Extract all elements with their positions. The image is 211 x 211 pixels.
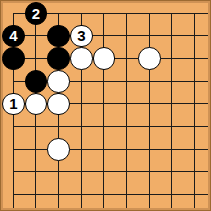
stone-white [47, 70, 70, 93]
stone-black-move-2: 2 [25, 2, 48, 25]
grid-line-vertical [194, 13, 195, 208]
grid-line-vertical [103, 13, 104, 208]
stone-white [70, 47, 93, 70]
grid-line-vertical [149, 13, 150, 208]
grid-line-horizontal [13, 126, 208, 127]
stone-black [2, 47, 25, 70]
stone-black [25, 70, 48, 93]
stone-white [25, 93, 48, 116]
grid-line-vertical [171, 13, 172, 208]
stone-black [47, 25, 70, 48]
stone-white-move-1: 1 [2, 93, 25, 116]
grid-line-horizontal [13, 171, 208, 172]
go-board: 2431 [0, 0, 211, 211]
grid-line-horizontal [13, 149, 208, 150]
stone-white [47, 138, 70, 161]
stone-white [93, 47, 116, 70]
grid-line-vertical [126, 13, 127, 208]
grid-line-horizontal [13, 194, 208, 195]
stone-white [138, 47, 161, 70]
stone-white [47, 93, 70, 116]
stone-black-move-4: 4 [2, 25, 25, 48]
grid-line-horizontal [13, 35, 208, 36]
stone-black [47, 47, 70, 70]
stone-white-move-3: 3 [70, 25, 93, 48]
